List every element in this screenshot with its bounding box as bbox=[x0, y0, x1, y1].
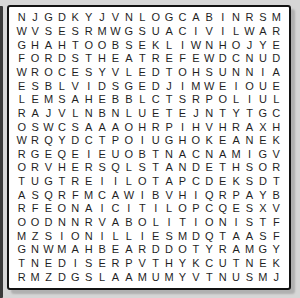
grid-cell-r5c12: T bbox=[162, 66, 175, 80]
grid-cell-r5c8: V bbox=[109, 66, 122, 80]
grid-cell-r4c18: N bbox=[243, 52, 256, 66]
grid-cell-r11c19: G bbox=[256, 147, 269, 161]
grid-cell-r8c6: N bbox=[82, 107, 95, 121]
grid-cell-r14c16: R bbox=[216, 188, 229, 202]
grid-cell-r10c12: G bbox=[162, 134, 175, 148]
grid-cell-r7c15: P bbox=[203, 93, 216, 107]
grid-cell-r15c8: C bbox=[109, 202, 122, 216]
grid-cell-r10c8: P bbox=[109, 134, 122, 148]
grid-cell-r15c13: O bbox=[176, 202, 189, 216]
grid-cell-r11c9: O bbox=[122, 147, 135, 161]
grid-cell-r6c19: U bbox=[256, 79, 269, 93]
grid-cell-r13c5: R bbox=[69, 175, 82, 189]
grid-cell-r14c14: I bbox=[189, 188, 202, 202]
grid-cell-r20c10: M bbox=[136, 270, 149, 284]
grid-cell-r19c8: R bbox=[109, 257, 122, 271]
grid-cell-r3c20: E bbox=[270, 38, 283, 52]
grid-cell-r15c17: E bbox=[229, 202, 242, 216]
grid-cell-r20c11: U bbox=[149, 270, 162, 284]
grid-cell-r18c17: A bbox=[229, 243, 242, 257]
grid-cell-r15c16: Q bbox=[216, 202, 229, 216]
grid-cell-r17c19: S bbox=[256, 229, 269, 243]
grid-cell-r2c6: R bbox=[82, 25, 95, 39]
grid-cell-r16c5: N bbox=[69, 216, 82, 230]
grid-cell-r15c6: A bbox=[82, 202, 95, 216]
grid-cell-r4c9: A bbox=[122, 52, 135, 66]
grid-cell-r17c15: Q bbox=[203, 229, 216, 243]
grid-cell-r18c15: Y bbox=[203, 243, 216, 257]
grid-cell-r14c17: P bbox=[229, 188, 242, 202]
grid-cell-r2c2: V bbox=[28, 25, 41, 39]
grid-cell-r18c13: O bbox=[176, 243, 189, 257]
grid-cell-r11c17: M bbox=[229, 147, 242, 161]
grid-cell-r8c5: L bbox=[69, 107, 82, 121]
grid-cell-r5c18: N bbox=[243, 66, 256, 80]
grid-cell-r16c17: I bbox=[229, 216, 242, 230]
grid-cell-r6c4: L bbox=[55, 79, 68, 93]
grid-cell-r12c2: R bbox=[28, 161, 41, 175]
grid-cell-r14c3: Q bbox=[42, 188, 55, 202]
grid-cell-r7c8: B bbox=[109, 93, 122, 107]
grid-cell-r8c14: J bbox=[189, 107, 202, 121]
grid-cell-r14c13: H bbox=[176, 188, 189, 202]
grid-cell-r19c4: D bbox=[55, 257, 68, 271]
grid-cell-r4c14: E bbox=[189, 52, 202, 66]
grid-cell-r2c4: E bbox=[55, 25, 68, 39]
grid-cell-r14c8: A bbox=[109, 188, 122, 202]
grid-cell-r20c4: D bbox=[55, 270, 68, 284]
grid-cell-r16c11: L bbox=[149, 216, 162, 230]
grid-cell-r6c7: D bbox=[95, 79, 108, 93]
grid-cell-r13c7: I bbox=[95, 175, 108, 189]
grid-cell-r4c19: U bbox=[256, 52, 269, 66]
grid-cell-r9c13: I bbox=[176, 120, 189, 134]
grid-cell-r10c18: N bbox=[243, 134, 256, 148]
grid-cell-r20c13: Y bbox=[176, 270, 189, 284]
grid-cell-r17c18: A bbox=[243, 229, 256, 243]
grid-cell-r6c15: W bbox=[203, 79, 216, 93]
grid-cell-r12c1: O bbox=[15, 161, 28, 175]
grid-cell-r1c16: I bbox=[216, 11, 229, 25]
grid-cell-r20c15: T bbox=[203, 270, 216, 284]
grid-cell-r5c6: S bbox=[82, 66, 95, 80]
grid-cell-r11c6: I bbox=[82, 147, 95, 161]
grid-cell-r7c20: L bbox=[270, 93, 283, 107]
grid-cell-r14c7: C bbox=[95, 188, 108, 202]
grid-cell-r12c4: H bbox=[55, 161, 68, 175]
grid-cell-r13c8: I bbox=[109, 175, 122, 189]
grid-cell-r7c17: L bbox=[229, 93, 242, 107]
grid-cell-r2c7: M bbox=[95, 25, 108, 39]
grid-cell-r6c1: E bbox=[15, 79, 28, 93]
grid-cell-r5c1: W bbox=[15, 66, 28, 80]
grid-cell-r5c17: N bbox=[229, 66, 242, 80]
grid-cell-r9c14: H bbox=[189, 120, 202, 134]
grid-cell-r19c12: H bbox=[162, 257, 175, 271]
grid-cell-r17c16: T bbox=[216, 229, 229, 243]
grid-cell-r10c17: A bbox=[229, 134, 242, 148]
grid-cell-r18c8: E bbox=[109, 243, 122, 257]
grid-cell-r15c9: I bbox=[122, 202, 135, 216]
grid-cell-r13c1: T bbox=[15, 175, 28, 189]
grid-cell-r1c19: S bbox=[256, 11, 269, 25]
grid-cell-r1c5: K bbox=[69, 11, 82, 25]
grid-cell-r18c2: N bbox=[28, 243, 41, 257]
grid-cell-r12c7: S bbox=[95, 161, 108, 175]
grid-cell-r9c7: A bbox=[95, 120, 108, 134]
grid-cell-r2c9: G bbox=[122, 25, 135, 39]
grid-cell-r3c13: I bbox=[176, 38, 189, 52]
grid-cell-r11c8: U bbox=[109, 147, 122, 161]
grid-cell-r16c14: I bbox=[189, 216, 202, 230]
grid-cell-r4c16: D bbox=[216, 52, 229, 66]
grid-cell-r14c1: A bbox=[15, 188, 28, 202]
grid-cell-r3c7: O bbox=[95, 38, 108, 52]
grid-cell-r11c1: R bbox=[15, 147, 28, 161]
grid-cell-r1c17: N bbox=[229, 11, 242, 25]
grid-cell-r5c3: O bbox=[42, 66, 55, 80]
grid-cell-r3c18: J bbox=[243, 38, 256, 52]
grid-cell-r2c19: A bbox=[256, 25, 269, 39]
grid-cell-r8c8: N bbox=[109, 107, 122, 121]
grid-cell-r18c10: R bbox=[136, 243, 149, 257]
grid-cell-r2c3: S bbox=[42, 25, 55, 39]
grid-cell-r12c15: E bbox=[203, 161, 216, 175]
grid-cell-r12c5: E bbox=[69, 161, 82, 175]
grid-cell-r13c6: E bbox=[82, 175, 95, 189]
grid-cell-r16c9: B bbox=[122, 216, 135, 230]
grid-cell-r16c6: R bbox=[82, 216, 95, 230]
grid-cell-r2c16: I bbox=[216, 25, 229, 39]
grid-cell-r12c19: O bbox=[256, 161, 269, 175]
grid-cell-r16c19: T bbox=[256, 216, 269, 230]
grid-cell-r5c19: I bbox=[256, 66, 269, 80]
grid-cell-r11c5: E bbox=[69, 147, 82, 161]
grid-cell-r4c13: F bbox=[176, 52, 189, 66]
grid-cell-r20c6: S bbox=[82, 270, 95, 284]
grid-cell-r17c7: I bbox=[95, 229, 108, 243]
grid-cell-r17c12: S bbox=[162, 229, 175, 243]
grid-cell-r13c18: S bbox=[243, 175, 256, 189]
grid-cell-r9c4: C bbox=[55, 120, 68, 134]
grid-cell-r18c11: D bbox=[149, 243, 162, 257]
grid-cell-r11c16: A bbox=[216, 147, 229, 161]
grid-cell-r4c17: C bbox=[229, 52, 242, 66]
grid-cell-r8c9: L bbox=[122, 107, 135, 121]
grid-cell-r18c16: R bbox=[216, 243, 229, 257]
grid-cell-r8c13: E bbox=[176, 107, 189, 121]
grid-cell-r18c9: A bbox=[122, 243, 135, 257]
grid-cell-r3c19: Y bbox=[256, 38, 269, 52]
grid-cell-r7c2: E bbox=[28, 93, 41, 107]
grid-cell-r9c15: V bbox=[203, 120, 216, 134]
grid-cell-r7c12: T bbox=[162, 93, 175, 107]
grid-cell-r19c3: E bbox=[42, 257, 55, 271]
grid-cell-r7c3: M bbox=[42, 93, 55, 107]
grid-cell-r15c18: S bbox=[243, 202, 256, 216]
grid-cell-r2c20: R bbox=[270, 25, 283, 39]
grid-cell-r20c9: A bbox=[122, 270, 135, 284]
grid-cell-r1c3: G bbox=[42, 11, 55, 25]
grid-cell-r5c14: H bbox=[189, 66, 202, 80]
word-search-board: NJGDKYJVNLOGCABINRSMWVSESRMWGSUACIVILWAR… bbox=[7, 5, 291, 290]
grid-cell-r4c12: E bbox=[162, 52, 175, 66]
grid-cell-r12c10: S bbox=[136, 161, 149, 175]
grid-cell-r20c2: M bbox=[28, 270, 41, 284]
grid-cell-r4c4: D bbox=[55, 52, 68, 66]
grid-cell-r14c18: A bbox=[243, 188, 256, 202]
grid-cell-r10c9: O bbox=[122, 134, 135, 148]
grid-cell-r6c9: G bbox=[122, 79, 135, 93]
grid-cell-r17c3: S bbox=[42, 229, 55, 243]
grid-cell-r9c9: O bbox=[122, 120, 135, 134]
grid-cell-r6c6: I bbox=[82, 79, 95, 93]
grid-cell-r11c14: C bbox=[189, 147, 202, 161]
grid-cell-r17c14: D bbox=[189, 229, 202, 243]
grid-cell-r11c15: N bbox=[203, 147, 216, 161]
grid-cell-r4c5: S bbox=[69, 52, 82, 66]
grid-cell-r16c12: I bbox=[162, 216, 175, 230]
grid-cell-r18c18: M bbox=[243, 243, 256, 257]
grid-cell-r13c9: L bbox=[122, 175, 135, 189]
grid-cell-r12c6: R bbox=[82, 161, 95, 175]
grid-cell-r17c5: O bbox=[69, 229, 82, 243]
grid-cell-r19c19: E bbox=[256, 257, 269, 271]
grid-cell-r20c12: M bbox=[162, 270, 175, 284]
grid-cell-r3c8: B bbox=[109, 38, 122, 52]
grid-cell-r14c15: Q bbox=[203, 188, 216, 202]
grid-cell-r19c9: P bbox=[122, 257, 135, 271]
grid-cell-r17c6: N bbox=[82, 229, 95, 243]
grid-cell-r12c18: S bbox=[243, 161, 256, 175]
grid-cell-r1c7: J bbox=[95, 11, 108, 25]
grid-cell-r18c5: A bbox=[69, 243, 82, 257]
grid-cell-r17c13: M bbox=[176, 229, 189, 243]
grid-cell-r16c1: O bbox=[15, 216, 28, 230]
grid-cell-r16c13: T bbox=[176, 216, 189, 230]
grid-cell-r9c1: O bbox=[15, 120, 28, 134]
grid-cell-r13c11: T bbox=[149, 175, 162, 189]
grid-cell-r19c15: C bbox=[203, 257, 216, 271]
grid-cell-r2c12: A bbox=[162, 25, 175, 39]
grid-cell-r20c5: G bbox=[69, 270, 82, 284]
grid-cell-r15c4: O bbox=[55, 202, 68, 216]
grid-cell-r7c4: S bbox=[55, 93, 68, 107]
grid-cell-r10c15: K bbox=[203, 134, 216, 148]
grid-cell-r13c13: P bbox=[176, 175, 189, 189]
grid-cell-r5c9: L bbox=[122, 66, 135, 80]
grid-cell-r14c11: B bbox=[149, 188, 162, 202]
grid-cell-r1c20: M bbox=[270, 11, 283, 25]
grid-cell-r6c14: M bbox=[189, 79, 202, 93]
grid-cell-r2c11: U bbox=[149, 25, 162, 39]
grid-cell-r17c9: L bbox=[122, 229, 135, 243]
grid-cell-r3c10: E bbox=[136, 38, 149, 52]
grid-cell-r11c12: N bbox=[162, 147, 175, 161]
grid-cell-r18c20: Y bbox=[270, 243, 283, 257]
grid-cell-r2c8: W bbox=[109, 25, 122, 39]
grid-cell-r15c14: P bbox=[189, 202, 202, 216]
grid-cell-r7c9: B bbox=[122, 93, 135, 107]
grid-cell-r1c4: D bbox=[55, 11, 68, 25]
grid-cell-r3c15: N bbox=[203, 38, 216, 52]
grid-cell-r10c19: E bbox=[256, 134, 269, 148]
grid-cell-r8c16: T bbox=[216, 107, 229, 121]
grid-cell-r1c18: R bbox=[243, 11, 256, 25]
grid-cell-r6c3: B bbox=[42, 79, 55, 93]
grid-cell-r10c11: U bbox=[149, 134, 162, 148]
grid-cell-r8c19: G bbox=[256, 107, 269, 121]
grid-cell-r8c1: R bbox=[15, 107, 28, 121]
grid-cell-r5c13: O bbox=[176, 66, 189, 80]
grid-cell-r20c8: A bbox=[109, 270, 122, 284]
grid-cell-r4c3: R bbox=[42, 52, 55, 66]
grid-cell-r18c7: B bbox=[95, 243, 108, 257]
grid-cell-r10c4: Y bbox=[55, 134, 68, 148]
grid-cell-r13c16: E bbox=[216, 175, 229, 189]
grid-cell-r11c20: V bbox=[270, 147, 283, 161]
grid-cell-r4c10: T bbox=[136, 52, 149, 66]
grid-cell-r5c4: C bbox=[55, 66, 68, 80]
grid-cell-r10c2: R bbox=[28, 134, 41, 148]
grid-cell-r13c17: K bbox=[229, 175, 242, 189]
grid-cell-r20c17: U bbox=[229, 270, 242, 284]
grid-cell-r7c10: L bbox=[136, 93, 149, 107]
grid-cell-r11c18: I bbox=[243, 147, 256, 161]
grid-cell-r1c1: N bbox=[15, 11, 28, 25]
grid-cell-r11c11: T bbox=[149, 147, 162, 161]
grid-cell-r9c10: H bbox=[136, 120, 149, 134]
grid-cell-r7c16: O bbox=[216, 93, 229, 107]
grid-cell-r19c10: V bbox=[136, 257, 149, 271]
grid-cell-r9c6: A bbox=[82, 120, 95, 134]
grid-cell-r13c19: D bbox=[256, 175, 269, 189]
grid-cell-r13c10: O bbox=[136, 175, 149, 189]
grid-cell-r19c11: T bbox=[149, 257, 162, 271]
grid-cell-r6c5: V bbox=[69, 79, 82, 93]
grid-cell-r6c2: S bbox=[28, 79, 41, 93]
grid-cell-r16c3: D bbox=[42, 216, 55, 230]
grid-cell-r14c12: V bbox=[162, 188, 175, 202]
grid-cell-r16c7: V bbox=[95, 216, 108, 230]
grid-cell-r3c17: O bbox=[229, 38, 242, 52]
grid-cell-r6c12: J bbox=[162, 79, 175, 93]
grid-cell-r6c20: E bbox=[270, 79, 283, 93]
grid-cell-r1c11: O bbox=[149, 11, 162, 25]
grid-cell-r3c3: A bbox=[42, 38, 55, 52]
grid-cell-r18c4: M bbox=[55, 243, 68, 257]
grid-cell-r16c8: A bbox=[109, 216, 122, 230]
grid-cell-r15c10: T bbox=[136, 202, 149, 216]
grid-cell-r9c12: P bbox=[162, 120, 175, 134]
letter-grid: NJGDKYJVNLOGCABINRSMWVSESRMWGSUACIVILWAR… bbox=[15, 11, 283, 284]
grid-cell-r2c18: W bbox=[243, 25, 256, 39]
grid-cell-r1c6: Y bbox=[82, 11, 95, 25]
grid-cell-r3c16: H bbox=[216, 38, 229, 52]
grid-cell-r12c14: D bbox=[189, 161, 202, 175]
grid-cell-r13c4: T bbox=[55, 175, 68, 189]
grid-cell-r11c3: E bbox=[42, 147, 55, 161]
grid-cell-r18c14: T bbox=[189, 243, 202, 257]
grid-cell-r10c10: I bbox=[136, 134, 149, 148]
grid-cell-r20c19: M bbox=[256, 270, 269, 284]
grid-cell-r14c10: I bbox=[136, 188, 149, 202]
grid-cell-r1c14: A bbox=[189, 11, 202, 25]
grid-cell-r3c12: L bbox=[162, 38, 175, 52]
grid-cell-r12c16: T bbox=[216, 161, 229, 175]
grid-cell-r3c11: K bbox=[149, 38, 162, 52]
grid-cell-r15c2: F bbox=[28, 202, 41, 216]
grid-cell-r11c7: E bbox=[95, 147, 108, 161]
grid-cell-r9c8: A bbox=[109, 120, 122, 134]
grid-cell-r13c15: D bbox=[203, 175, 216, 189]
grid-cell-r3c9: S bbox=[122, 38, 135, 52]
grid-cell-r11c4: Q bbox=[55, 147, 68, 161]
grid-cell-r15c7: I bbox=[95, 202, 108, 216]
grid-cell-r8c2: A bbox=[28, 107, 41, 121]
grid-cell-r2c14: I bbox=[189, 25, 202, 39]
grid-cell-r5c16: U bbox=[216, 66, 229, 80]
grid-cell-r11c10: B bbox=[136, 147, 149, 161]
grid-cell-r2c15: V bbox=[203, 25, 216, 39]
grid-cell-r2c5: S bbox=[69, 25, 82, 39]
grid-cell-r20c3: Z bbox=[42, 270, 55, 284]
grid-cell-r18c3: W bbox=[42, 243, 55, 257]
grid-cell-r3c6: O bbox=[82, 38, 95, 52]
grid-cell-r16c16: N bbox=[216, 216, 229, 230]
grid-cell-r5c2: R bbox=[28, 66, 41, 80]
grid-cell-r17c1: M bbox=[15, 229, 28, 243]
grid-cell-r16c15: O bbox=[203, 216, 216, 230]
grid-cell-r12c9: L bbox=[122, 161, 135, 175]
grid-cell-r19c17: T bbox=[229, 257, 242, 271]
grid-cell-r2c1: W bbox=[15, 25, 28, 39]
grid-cell-r20c14: V bbox=[189, 270, 202, 284]
grid-cell-r12c8: Q bbox=[109, 161, 122, 175]
grid-cell-r3c14: W bbox=[189, 38, 202, 52]
grid-cell-r10c16: E bbox=[216, 134, 229, 148]
grid-cell-r12c13: N bbox=[176, 161, 189, 175]
grid-cell-r9c20: H bbox=[270, 120, 283, 134]
grid-cell-r10c14: O bbox=[189, 134, 202, 148]
grid-cell-r15c20: V bbox=[270, 202, 283, 216]
grid-cell-r6c8: S bbox=[109, 79, 122, 93]
grid-cell-r17c2: Z bbox=[28, 229, 41, 243]
grid-cell-r4c8: E bbox=[109, 52, 122, 66]
grid-cell-r3c1: G bbox=[15, 38, 28, 52]
grid-cell-r14c9: W bbox=[122, 188, 135, 202]
grid-cell-r14c5: F bbox=[69, 188, 82, 202]
grid-cell-r8c11: E bbox=[149, 107, 162, 121]
grid-cell-r12c11: T bbox=[149, 161, 162, 175]
grid-cell-r19c16: U bbox=[216, 257, 229, 271]
grid-cell-r8c4: V bbox=[55, 107, 68, 121]
grid-cell-r8c18: T bbox=[243, 107, 256, 121]
grid-cell-r18c12: D bbox=[162, 243, 175, 257]
grid-cell-r10c1: W bbox=[15, 134, 28, 148]
grid-cell-r13c3: G bbox=[42, 175, 55, 189]
grid-cell-r18c6: H bbox=[82, 243, 95, 257]
grid-cell-r15c3: E bbox=[42, 202, 55, 216]
grid-cell-r4c2: O bbox=[28, 52, 41, 66]
grid-cell-r2c17: L bbox=[229, 25, 242, 39]
grid-cell-r12c3: V bbox=[42, 161, 55, 175]
grid-cell-r1c12: G bbox=[162, 11, 175, 25]
grid-cell-r10c20: K bbox=[270, 134, 283, 148]
page: NJGDKYJVNLOGCABINRSMWVSESRMWGSUACIVILWAR… bbox=[0, 0, 300, 298]
grid-cell-r18c19: G bbox=[256, 243, 269, 257]
grid-cell-r13c14: C bbox=[189, 175, 202, 189]
